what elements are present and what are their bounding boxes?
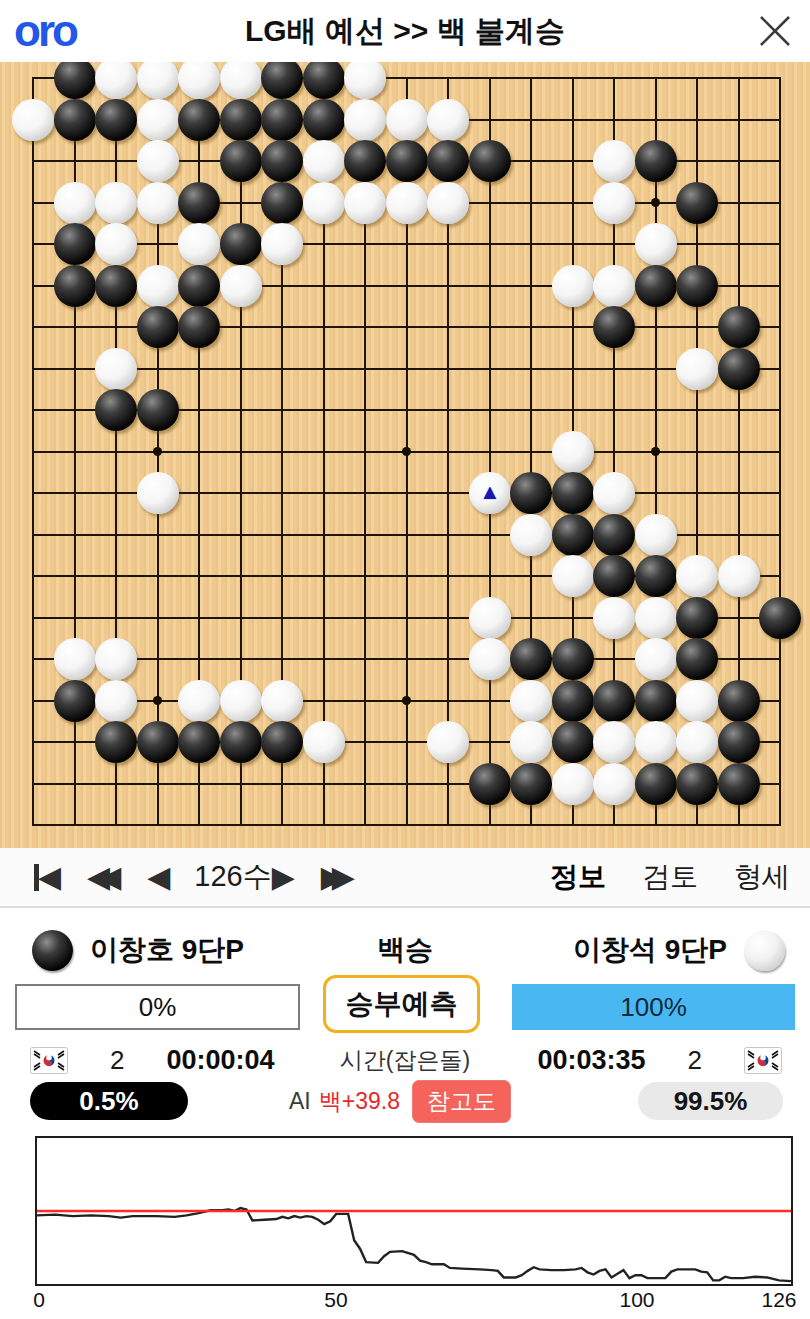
graph-x-axis-labels: 0 50 100 126 [0,1288,810,1314]
black-stone [676,265,718,307]
white-stone [593,265,635,307]
fast-backward-button[interactable]: ◀◀ [87,862,121,892]
step-backward-button[interactable]: ◀ [147,862,170,892]
black-stone [552,472,594,514]
white-stone [95,182,137,224]
white-stone [676,348,718,390]
star-point [153,447,162,456]
black-stone [593,680,635,722]
white-captures-count: 2 [688,1045,702,1076]
black-stone [54,223,96,265]
black-stone [261,140,303,182]
white-stone [593,597,635,639]
go-board[interactable]: ▲ [0,62,810,848]
star-point [402,696,411,705]
black-stone [427,140,469,182]
korea-flag-icon-black [30,1047,68,1074]
white-stone [552,431,594,473]
black-stone [552,680,594,722]
black-stone [635,265,677,307]
black-stone [759,597,801,639]
white-stone [303,140,345,182]
white-stone [469,597,511,639]
grid-line-v [779,77,781,826]
black-stone [220,99,262,141]
x-tick-50: 50 [324,1288,347,1312]
timer-row: 2 00:00:04 시간(잡은돌) 00:03:35 2 [0,1042,810,1078]
black-stone [718,348,760,390]
black-stone [261,57,303,99]
white-stone [427,99,469,141]
white-stone [386,182,428,224]
tab-analysis[interactable]: 형세 [734,858,790,896]
black-stone [54,57,96,99]
white-stone [95,348,137,390]
white-score-prob-pill: 99.5% [638,1082,783,1120]
black-stone [137,306,179,348]
white-stone [635,638,677,680]
time-caption: 시간(잡은돌) [340,1045,470,1076]
white-stone [635,223,677,265]
white-stone [220,680,262,722]
star-point [651,447,660,456]
white-stone [54,638,96,680]
white-stone [178,680,220,722]
white-stone [593,182,635,224]
black-stone [137,389,179,431]
black-stone [220,721,262,763]
white-player-name: 이창석 9단P [573,931,727,969]
close-icon[interactable] [756,12,794,50]
white-stone [344,99,386,141]
white-stone [137,99,179,141]
winrate-graph-section: 0 50 100 126 [0,1130,810,1319]
white-stone [510,721,552,763]
black-stone [510,763,552,805]
white-stone [593,763,635,805]
black-stone [386,140,428,182]
black-stone [635,555,677,597]
black-player-name: 이창호 9단P [90,931,244,969]
first-move-icon: ◀ [38,862,61,892]
black-time: 00:00:04 [166,1045,274,1076]
black-stone [593,306,635,348]
black-stone [95,265,137,307]
black-stone [95,99,137,141]
black-stone [676,182,718,224]
black-stone [469,140,511,182]
grid-line-h [32,824,781,826]
white-stone [54,182,96,224]
black-stone [178,306,220,348]
white-stone [552,555,594,597]
white-stone [178,223,220,265]
black-stone [220,223,262,265]
white-stone [137,57,179,99]
white-stone-icon [744,930,785,971]
move-counter: 126수 [194,857,271,897]
white-stone [95,680,137,722]
black-stone [510,638,552,680]
graph-series-black-win-rate [37,1208,791,1281]
black-stone [54,265,96,307]
black-stone [552,638,594,680]
white-stone [427,721,469,763]
black-stone-icon [32,930,73,971]
white-stone [95,638,137,680]
white-stone [261,223,303,265]
black-stone [303,99,345,141]
white-stone [552,763,594,805]
black-stone [220,140,262,182]
white-stone [510,514,552,556]
predict-button[interactable]: 승부예측 [323,975,480,1033]
black-stone [718,763,760,805]
black-stone [178,265,220,307]
black-stone [54,99,96,141]
page-title: LG배 예선 >> 백 불계승 [0,11,810,52]
white-stone [12,99,54,141]
black-winrate-bar: 0% [15,984,300,1030]
white-stone [635,721,677,763]
white-stone [635,597,677,639]
x-tick-100: 100 [619,1288,654,1312]
white-winrate-bar: 100% [512,984,795,1030]
x-tick-0: 0 [33,1288,45,1312]
black-stone [95,389,137,431]
step-forward-button[interactable]: ▶ [272,862,295,892]
fast-forward-button[interactable]: ▶▶ [321,862,355,892]
black-stone [593,555,635,597]
white-stone [469,638,511,680]
fast-forward-icon: ▶▶ [321,862,355,892]
black-stone [261,721,303,763]
white-stone [718,555,760,597]
black-stone [178,721,220,763]
white-stone [427,182,469,224]
white-stone [137,182,179,224]
black-stone [635,763,677,805]
white-stone [137,265,179,307]
nav-tabs: 정보 검토 형세 [550,858,790,896]
black-stone [178,99,220,141]
star-point [651,198,660,207]
star-point [402,447,411,456]
white-stone [137,472,179,514]
white-stone [220,57,262,99]
player-name-row: 이창호 9단P 백승 이창석 9단P [0,928,810,972]
white-stone [510,680,552,722]
black-stone [137,721,179,763]
white-time: 00:03:35 [537,1045,645,1076]
white-stone [593,472,635,514]
white-stone [178,57,220,99]
black-stone [718,721,760,763]
black-stone [718,680,760,722]
white-stone [635,514,677,556]
app-window: oro LG배 예선 >> 백 불계승 ▲ ◀ ◀◀ ◀ 126수 ▶ ▶▶ 정… [0,0,810,1319]
black-stone [676,638,718,680]
black-stone [261,99,303,141]
step-backward-icon: ◀ [147,862,170,892]
step-forward-icon: ▶ [272,862,295,892]
game-result: 백승 [377,931,433,969]
black-stone [552,721,594,763]
white-stone [676,555,718,597]
winrate-plot[interactable] [35,1136,793,1286]
black-stone [95,721,137,763]
tab-info[interactable]: 정보 [550,858,606,896]
last-move-marker: ▲ [480,481,501,502]
white-stone [676,680,718,722]
black-stone [718,306,760,348]
black-stone [635,680,677,722]
white-stone [303,721,345,763]
move-nav-bar: ◀ ◀◀ ◀ 126수 ▶ ▶▶ 정보 검토 형세 [0,848,810,908]
black-stone [178,182,220,224]
go-to-start-button[interactable]: ◀ [34,862,61,892]
white-stone [344,57,386,99]
info-panel: 이창호 9단P 백승 이창석 9단P 0% 승부예측 100% 2 00:00:… [0,908,810,1130]
ai-label: AI [289,1088,311,1115]
reference-diagram-button[interactable]: 참고도 [412,1080,511,1123]
white-stone [303,182,345,224]
white-stone [676,721,718,763]
white-stone [95,57,137,99]
black-stone [303,57,345,99]
white-stone [593,721,635,763]
white-stone [344,182,386,224]
black-stone [510,472,552,514]
white-stone [593,140,635,182]
black-stone [344,140,386,182]
fast-backward-icon: ◀◀ [87,862,121,892]
star-point [153,696,162,705]
white-stone [220,265,262,307]
black-stone [676,597,718,639]
black-stone [469,763,511,805]
ai-eval-value: 백+39.8 [319,1086,400,1117]
black-stone [54,680,96,722]
black-stone [552,514,594,556]
black-captures-count: 2 [110,1045,124,1076]
white-stone [552,265,594,307]
x-tick-126: 126 [761,1288,796,1312]
white-stone [95,223,137,265]
black-stone [593,514,635,556]
white-stone [261,680,303,722]
korea-flag-icon-white [744,1047,782,1074]
header: oro LG배 예선 >> 백 불계승 [0,0,810,62]
grid-line-v [489,77,491,826]
black-stone [261,182,303,224]
black-stone [676,763,718,805]
white-stone [386,99,428,141]
black-stone [635,140,677,182]
tab-review[interactable]: 검토 [642,858,698,896]
white-stone [137,140,179,182]
